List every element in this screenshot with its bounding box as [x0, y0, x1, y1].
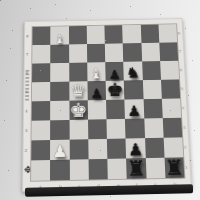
square-c6	[69, 63, 88, 82]
square-b1	[50, 160, 69, 181]
square-a7	[32, 45, 50, 64]
square-d8	[86, 26, 104, 44]
square-f6: ♞	[123, 61, 142, 80]
rank-label-5: 5	[26, 90, 28, 94]
square-d6: ♝	[87, 62, 106, 81]
piece-white-bishop-d6: ♝	[90, 67, 104, 81]
rank-label-2: 2	[25, 149, 28, 153]
square-c3	[69, 120, 88, 140]
square-c7	[69, 44, 87, 63]
rank-labels-left: 87654321	[22, 27, 32, 181]
rank-label-right-3: 3	[183, 126, 186, 130]
square-e6: ♟	[105, 62, 124, 81]
square-h8	[158, 24, 177, 42]
piece-white-queen-c5: ♛	[70, 83, 86, 100]
square-d1	[88, 159, 107, 180]
square-h6	[160, 61, 179, 80]
piece-white-king-c4: ♚	[69, 100, 87, 120]
square-a5	[32, 82, 51, 101]
square-a4	[32, 101, 51, 121]
square-h1: ♜	[164, 157, 184, 178]
rank-label-4: 4	[26, 109, 29, 113]
square-b7	[50, 44, 68, 63]
square-a6	[32, 63, 50, 82]
square-f4: ♟	[125, 99, 144, 119]
square-a3	[31, 120, 50, 140]
square-d2	[88, 139, 107, 159]
square-f1: ♜	[126, 158, 146, 179]
rank-label-8: 8	[27, 34, 29, 38]
square-g8	[140, 25, 159, 43]
rank-label-right-5: 5	[181, 87, 184, 91]
square-h4	[162, 98, 182, 118]
square-f8	[122, 25, 141, 43]
piece-black-pawn-e6: ♟	[109, 69, 121, 81]
piece-white-bishop-b8: ♝	[54, 33, 65, 45]
chess-board: ✥ 87654321 87654321 abcdefgh ♝♝♟♞♛♟♚♚♟♟♟…	[22, 18, 192, 192]
square-b2: ♟	[50, 140, 69, 160]
square-d7	[87, 44, 105, 63]
square-d3	[88, 119, 107, 139]
square-d4	[88, 100, 107, 120]
rank-label-right-2: 2	[184, 145, 187, 149]
square-e3	[106, 119, 125, 139]
square-f7	[123, 43, 142, 62]
square-b3	[50, 120, 69, 140]
square-a2	[31, 140, 50, 160]
square-a1	[31, 160, 50, 181]
square-c2	[69, 139, 88, 159]
piece-black-rook-f1: ♜	[126, 158, 146, 179]
piece-white-pawn-b2: ♟	[52, 143, 67, 160]
rank-label-right-6: 6	[180, 68, 183, 72]
square-b8: ♝	[51, 26, 69, 44]
square-e7	[105, 43, 124, 62]
square-h3	[163, 118, 183, 138]
square-c8	[69, 26, 87, 44]
square-g4	[143, 99, 162, 119]
square-g7	[141, 43, 160, 62]
rank-label-right-4: 4	[182, 106, 185, 110]
square-h7	[159, 42, 178, 61]
square-b6	[50, 63, 68, 82]
square-f3	[125, 118, 144, 138]
board-grid: ♝♝♟♞♛♟♚♚♟♟♟♜♜	[31, 24, 184, 181]
square-h5	[161, 79, 180, 98]
piece-black-pawn-f2: ♟	[128, 142, 144, 159]
square-a8	[32, 27, 50, 45]
rank-label-right-8: 8	[178, 31, 181, 34]
square-e8	[104, 25, 122, 43]
square-g5	[142, 80, 161, 99]
square-g6	[142, 61, 161, 80]
square-c1	[69, 159, 88, 180]
piece-black-rook-h1: ♜	[164, 157, 184, 178]
square-c4: ♚	[69, 100, 88, 120]
piece-black-pawn-d5: ♟	[90, 87, 103, 100]
piece-black-knight-f6: ♞	[126, 66, 140, 81]
rank-label-6: 6	[26, 71, 28, 75]
rank-label-7: 7	[26, 53, 28, 57]
square-e5: ♚	[106, 81, 125, 100]
rank-label-right-7: 7	[179, 50, 182, 54]
square-d5: ♟	[87, 81, 106, 100]
piece-black-king-e5: ♚	[106, 82, 123, 100]
square-b5	[50, 82, 69, 101]
photo-background: ✥ 87654321 87654321 abcdefgh ♝♝♟♞♛♟♚♚♟♟♟…	[0, 0, 200, 200]
square-f2: ♟	[126, 138, 146, 158]
square-e1	[107, 158, 127, 179]
square-h2	[163, 137, 183, 157]
square-f5	[124, 80, 143, 99]
square-c5: ♛	[69, 81, 88, 100]
square-g2	[145, 138, 165, 158]
square-g3	[144, 118, 164, 138]
rank-label-3: 3	[25, 129, 28, 133]
square-g1	[145, 158, 165, 179]
square-e4	[106, 100, 125, 120]
piece-black-pawn-f4: ♟	[127, 104, 141, 118]
rank-label-1: 1	[25, 169, 28, 173]
square-b4	[50, 101, 69, 121]
rank-label-right-1: 1	[185, 165, 188, 169]
square-e2	[107, 139, 126, 159]
